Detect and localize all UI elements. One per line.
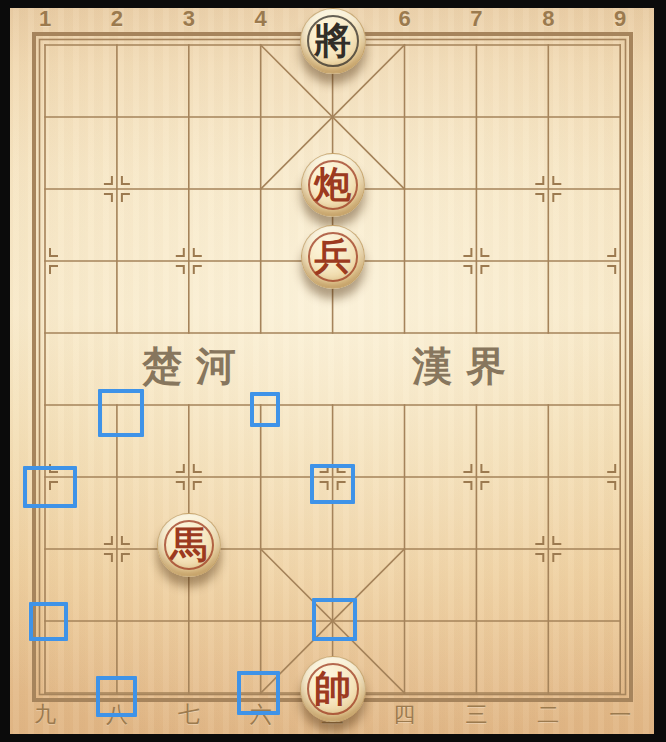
file-label-top-8: 8 <box>533 8 563 30</box>
file-label-bottom-6: 四 <box>390 704 420 726</box>
move-highlight-file2-rank9[interactable] <box>96 676 137 717</box>
piece-character: 馬 <box>170 526 207 563</box>
file-label-top-7: 7 <box>461 8 491 30</box>
piece-character: 將 <box>314 22 351 59</box>
move-highlight-file1-rank6[interactable] <box>23 466 77 508</box>
file-label-bottom-9: 一 <box>605 704 635 726</box>
move-highlight-file4-rank5[interactable] <box>250 392 280 427</box>
file-label-top-6: 6 <box>390 8 420 30</box>
move-highlight-file5-rank8[interactable] <box>312 598 357 641</box>
file-label-bottom-3: 七 <box>174 704 204 726</box>
river-text-left: 楚河 <box>142 344 250 388</box>
piece-character: 帥 <box>314 670 351 707</box>
move-highlight-file5-rank6[interactable] <box>310 464 355 504</box>
file-label-bottom-8: 二 <box>533 704 563 726</box>
file-label-bottom-1: 九 <box>30 704 60 726</box>
file-label-top-3: 3 <box>174 8 204 30</box>
river-text-right: 漢界 <box>412 344 520 388</box>
move-highlight-file2-rank5[interactable] <box>98 389 144 437</box>
file-label-top-4: 4 <box>246 8 276 30</box>
file-label-top-2: 2 <box>102 8 132 30</box>
file-label-top-1: 1 <box>30 8 60 30</box>
piece-character: 兵 <box>314 238 351 275</box>
piece-character: 炮 <box>314 166 351 203</box>
move-highlight-file1-rank8[interactable] <box>29 602 68 641</box>
file-label-bottom-7: 三 <box>461 704 491 726</box>
piece-red-cannon[interactable]: 炮 <box>301 153 365 217</box>
piece-red-horse[interactable]: 馬 <box>157 513 221 577</box>
piece-black-general[interactable]: 將 <box>300 8 366 74</box>
file-label-top-9: 9 <box>605 8 635 30</box>
move-highlight-file4-rank9[interactable] <box>237 671 280 715</box>
piece-red-general[interactable]: 帥 <box>300 656 366 722</box>
piece-red-soldier[interactable]: 兵 <box>301 225 365 289</box>
xiangqi-board: 123456789 九八七六五四三二一 楚河 漢界 將炮兵馬帥 <box>10 8 654 734</box>
